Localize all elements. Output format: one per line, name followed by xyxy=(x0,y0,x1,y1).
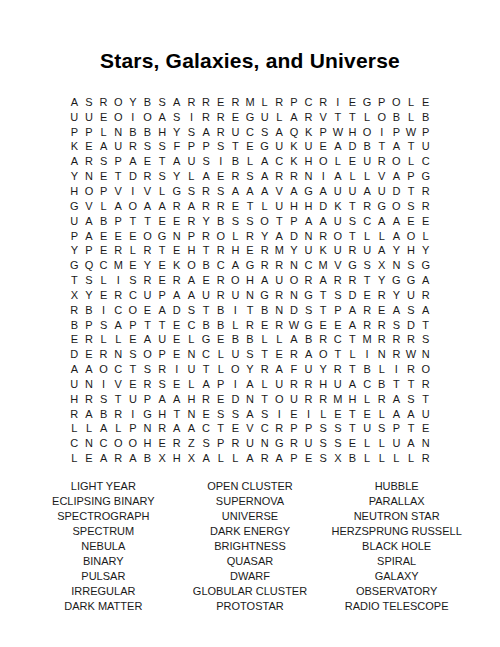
grid-cell[interactable]: L xyxy=(404,110,419,125)
grid-cell[interactable]: M xyxy=(316,258,331,273)
grid-cell[interactable]: E xyxy=(169,347,184,362)
grid-cell[interactable]: E xyxy=(360,407,375,422)
grid-cell[interactable]: L xyxy=(257,199,272,214)
grid-cell[interactable]: P xyxy=(155,347,170,362)
grid-cell[interactable]: P xyxy=(213,436,228,451)
grid-cell[interactable]: W xyxy=(287,318,302,333)
grid-cell[interactable]: T xyxy=(213,422,228,437)
grid-cell[interactable]: B xyxy=(96,214,111,229)
grid-cell[interactable]: A xyxy=(155,110,170,125)
grid-cell[interactable]: P xyxy=(111,154,126,169)
grid-cell[interactable]: H xyxy=(140,436,155,451)
grid-cell[interactable]: S xyxy=(213,140,228,155)
grid-cell[interactable]: I xyxy=(228,377,243,392)
grid-cell[interactable]: U xyxy=(374,184,389,199)
grid-cell[interactable]: O xyxy=(316,154,331,169)
grid-cell[interactable]: P xyxy=(96,184,111,199)
grid-cell[interactable]: T xyxy=(140,318,155,333)
grid-cell[interactable]: L xyxy=(272,110,287,125)
grid-cell[interactable]: U xyxy=(360,243,375,258)
grid-cell[interactable]: E xyxy=(155,436,170,451)
grid-cell[interactable]: R xyxy=(213,199,228,214)
grid-cell[interactable]: R xyxy=(96,347,111,362)
grid-cell[interactable]: U xyxy=(67,214,82,229)
grid-cell[interactable]: A xyxy=(389,303,404,318)
grid-cell[interactable]: M xyxy=(360,333,375,348)
grid-cell[interactable]: A xyxy=(67,154,82,169)
grid-cell[interactable]: R xyxy=(199,184,214,199)
grid-cell[interactable]: K xyxy=(301,125,316,140)
grid-cell[interactable]: P xyxy=(111,214,126,229)
grid-cell[interactable]: N xyxy=(184,407,199,422)
grid-cell[interactable]: U xyxy=(360,422,375,437)
grid-cell[interactable]: E xyxy=(126,377,141,392)
grid-cell[interactable]: D xyxy=(169,303,184,318)
grid-cell[interactable]: E xyxy=(243,140,258,155)
grid-cell[interactable]: R xyxy=(140,169,155,184)
grid-cell[interactable]: C xyxy=(272,154,287,169)
grid-cell[interactable]: T xyxy=(345,333,360,348)
grid-cell[interactable]: G xyxy=(155,229,170,244)
grid-cell[interactable]: V xyxy=(243,422,258,437)
grid-cell[interactable]: R xyxy=(316,229,331,244)
grid-cell[interactable]: T xyxy=(126,362,141,377)
grid-cell[interactable]: A xyxy=(272,451,287,466)
grid-cell[interactable]: U xyxy=(155,333,170,348)
grid-cell[interactable]: A xyxy=(272,229,287,244)
grid-cell[interactable]: O xyxy=(126,303,141,318)
grid-cell[interactable]: B xyxy=(213,318,228,333)
grid-cell[interactable]: A xyxy=(418,273,433,288)
grid-cell[interactable]: R xyxy=(213,125,228,140)
grid-cell[interactable]: S xyxy=(126,273,141,288)
grid-cell[interactable]: L xyxy=(360,110,375,125)
grid-cell[interactable]: E xyxy=(199,407,214,422)
grid-cell[interactable]: O xyxy=(140,347,155,362)
grid-cell[interactable]: P xyxy=(184,140,199,155)
grid-cell[interactable]: D xyxy=(345,288,360,303)
grid-cell[interactable]: G xyxy=(301,184,316,199)
grid-cell[interactable]: Y xyxy=(140,258,155,273)
grid-cell[interactable]: B xyxy=(140,125,155,140)
grid-cell[interactable]: P xyxy=(301,422,316,437)
grid-cell[interactable]: T xyxy=(418,318,433,333)
grid-cell[interactable]: W xyxy=(404,125,419,140)
grid-cell[interactable]: T xyxy=(331,347,346,362)
grid-cell[interactable]: S xyxy=(331,436,346,451)
grid-cell[interactable]: H xyxy=(67,184,82,199)
grid-cell[interactable]: L xyxy=(111,333,126,348)
grid-cell[interactable]: E xyxy=(374,303,389,318)
grid-cell[interactable]: C xyxy=(126,288,141,303)
grid-cell[interactable]: S xyxy=(169,110,184,125)
grid-cell[interactable]: S xyxy=(126,347,141,362)
grid-cell[interactable]: F xyxy=(169,140,184,155)
grid-cell[interactable]: S xyxy=(228,407,243,422)
grid-cell[interactable]: K xyxy=(316,243,331,258)
grid-cell[interactable]: L xyxy=(345,347,360,362)
grid-cell[interactable]: G xyxy=(418,258,433,273)
grid-cell[interactable]: T xyxy=(345,199,360,214)
grid-cell[interactable]: C xyxy=(301,95,316,110)
grid-cell[interactable]: R xyxy=(169,273,184,288)
grid-cell[interactable]: S xyxy=(389,318,404,333)
grid-cell[interactable]: G xyxy=(418,169,433,184)
grid-cell[interactable]: P xyxy=(82,125,97,140)
grid-cell[interactable]: W xyxy=(331,125,346,140)
grid-cell[interactable]: O xyxy=(126,199,141,214)
grid-cell[interactable]: E xyxy=(155,214,170,229)
grid-cell[interactable]: L xyxy=(331,154,346,169)
grid-cell[interactable]: U xyxy=(272,140,287,155)
grid-cell[interactable]: V xyxy=(374,169,389,184)
grid-cell[interactable]: H xyxy=(155,407,170,422)
grid-cell[interactable]: Y xyxy=(287,243,302,258)
grid-cell[interactable]: E xyxy=(140,303,155,318)
grid-cell[interactable]: N xyxy=(82,436,97,451)
grid-cell[interactable]: A xyxy=(316,214,331,229)
grid-cell[interactable]: A xyxy=(389,407,404,422)
grid-cell[interactable]: A xyxy=(199,451,214,466)
grid-cell[interactable]: E xyxy=(96,243,111,258)
grid-cell[interactable]: U xyxy=(331,184,346,199)
grid-cell[interactable]: R xyxy=(418,288,433,303)
grid-cell[interactable]: N xyxy=(301,229,316,244)
grid-cell[interactable]: G xyxy=(140,407,155,422)
grid-cell[interactable]: T xyxy=(404,184,419,199)
grid-cell[interactable]: T xyxy=(199,243,214,258)
grid-cell[interactable]: P xyxy=(155,288,170,303)
grid-cell[interactable]: S xyxy=(331,422,346,437)
grid-cell[interactable]: S xyxy=(331,288,346,303)
grid-cell[interactable]: U xyxy=(301,140,316,155)
grid-cell[interactable]: N xyxy=(418,347,433,362)
grid-cell[interactable]: O xyxy=(111,110,126,125)
grid-cell[interactable]: U xyxy=(67,110,82,125)
grid-cell[interactable]: S xyxy=(140,362,155,377)
grid-cell[interactable]: R xyxy=(140,243,155,258)
grid-cell[interactable]: T xyxy=(345,362,360,377)
grid-cell[interactable]: R xyxy=(213,110,228,125)
grid-cell[interactable]: U xyxy=(228,347,243,362)
grid-cell[interactable]: O xyxy=(418,362,433,377)
grid-cell[interactable]: I xyxy=(272,407,287,422)
grid-cell[interactable]: T xyxy=(345,407,360,422)
grid-cell[interactable]: T xyxy=(374,140,389,155)
grid-cell[interactable]: P xyxy=(82,243,97,258)
grid-cell[interactable]: C xyxy=(96,436,111,451)
grid-cell[interactable]: C xyxy=(96,258,111,273)
grid-cell[interactable]: O xyxy=(184,258,199,273)
grid-cell[interactable]: S xyxy=(243,347,258,362)
grid-cell[interactable]: B xyxy=(418,110,433,125)
grid-cell[interactable]: R xyxy=(345,243,360,258)
grid-cell[interactable]: G xyxy=(257,288,272,303)
grid-cell[interactable]: P xyxy=(389,422,404,437)
grid-cell[interactable]: E xyxy=(345,95,360,110)
grid-cell[interactable]: S xyxy=(199,436,214,451)
grid-cell[interactable]: G xyxy=(243,258,258,273)
grid-cell[interactable]: I xyxy=(316,169,331,184)
grid-cell[interactable]: E xyxy=(360,288,375,303)
grid-cell[interactable]: D xyxy=(67,347,82,362)
grid-cell[interactable]: U xyxy=(184,154,199,169)
grid-cell[interactable]: Q xyxy=(287,125,302,140)
grid-cell[interactable]: R xyxy=(418,199,433,214)
grid-cell[interactable]: E xyxy=(155,258,170,273)
grid-cell[interactable]: P xyxy=(287,95,302,110)
grid-cell[interactable]: S xyxy=(82,273,97,288)
grid-cell[interactable]: U xyxy=(404,288,419,303)
grid-cell[interactable]: Z xyxy=(184,436,199,451)
grid-cell[interactable]: E xyxy=(418,95,433,110)
grid-cell[interactable]: A xyxy=(404,436,419,451)
grid-cell[interactable]: B xyxy=(228,333,243,348)
grid-cell[interactable]: P xyxy=(140,392,155,407)
grid-cell[interactable]: W xyxy=(404,347,419,362)
grid-cell[interactable]: A xyxy=(287,333,302,348)
grid-cell[interactable]: V xyxy=(82,199,97,214)
grid-cell[interactable]: U xyxy=(257,110,272,125)
grid-cell[interactable]: U xyxy=(301,362,316,377)
grid-cell[interactable]: L xyxy=(126,243,141,258)
grid-cell[interactable]: E xyxy=(418,422,433,437)
grid-cell[interactable]: H xyxy=(67,392,82,407)
grid-cell[interactable]: E xyxy=(155,273,170,288)
grid-cell[interactable]: R xyxy=(301,273,316,288)
grid-cell[interactable]: T xyxy=(67,273,82,288)
grid-cell[interactable]: O xyxy=(126,436,141,451)
grid-cell[interactable]: Y xyxy=(316,362,331,377)
grid-cell[interactable]: N xyxy=(301,169,316,184)
grid-cell[interactable]: S xyxy=(345,214,360,229)
grid-cell[interactable]: T xyxy=(199,362,214,377)
grid-cell[interactable]: E xyxy=(418,214,433,229)
grid-cell[interactable]: B xyxy=(213,214,228,229)
grid-cell[interactable]: E xyxy=(287,407,302,422)
grid-cell[interactable]: L xyxy=(360,229,375,244)
grid-cell[interactable]: R xyxy=(243,318,258,333)
grid-cell[interactable]: C xyxy=(360,214,375,229)
grid-cell[interactable]: P xyxy=(82,318,97,333)
grid-cell[interactable]: R xyxy=(360,303,375,318)
grid-cell[interactable]: A xyxy=(184,199,199,214)
grid-cell[interactable]: A xyxy=(169,288,184,303)
grid-cell[interactable]: E xyxy=(404,214,419,229)
grid-cell[interactable]: E xyxy=(126,229,141,244)
grid-cell[interactable]: R xyxy=(213,273,228,288)
grid-cell[interactable]: E xyxy=(213,392,228,407)
grid-cell[interactable]: R xyxy=(404,333,419,348)
grid-cell[interactable]: H xyxy=(316,377,331,392)
grid-cell[interactable]: A xyxy=(316,273,331,288)
grid-cell[interactable]: U xyxy=(272,273,287,288)
grid-cell[interactable]: A xyxy=(257,273,272,288)
grid-cell[interactable]: A xyxy=(199,169,214,184)
grid-cell[interactable]: A xyxy=(67,362,82,377)
grid-cell[interactable]: A xyxy=(345,303,360,318)
grid-cell[interactable]: A xyxy=(82,362,97,377)
grid-cell[interactable]: O xyxy=(82,184,97,199)
grid-cell[interactable]: R xyxy=(389,333,404,348)
grid-cell[interactable]: N xyxy=(272,303,287,318)
grid-cell[interactable]: S xyxy=(96,318,111,333)
grid-cell[interactable]: S xyxy=(243,169,258,184)
grid-cell[interactable]: O xyxy=(389,154,404,169)
grid-cell[interactable]: I xyxy=(96,377,111,392)
grid-cell[interactable]: R xyxy=(169,436,184,451)
grid-cell[interactable]: B xyxy=(243,333,258,348)
grid-cell[interactable]: U xyxy=(199,288,214,303)
grid-cell[interactable]: E xyxy=(213,333,228,348)
grid-cell[interactable]: D xyxy=(404,318,419,333)
grid-cell[interactable]: A xyxy=(389,214,404,229)
grid-cell[interactable]: D xyxy=(287,303,302,318)
grid-cell[interactable]: R xyxy=(287,377,302,392)
grid-cell[interactable]: U xyxy=(272,199,287,214)
grid-cell[interactable]: B xyxy=(345,451,360,466)
grid-cell[interactable]: O xyxy=(213,229,228,244)
grid-cell[interactable]: R xyxy=(82,333,97,348)
grid-cell[interactable]: R xyxy=(272,169,287,184)
grid-cell[interactable]: G xyxy=(272,436,287,451)
grid-cell[interactable]: Y xyxy=(126,95,141,110)
grid-cell[interactable]: H xyxy=(301,199,316,214)
grid-cell[interactable]: Y xyxy=(169,125,184,140)
grid-cell[interactable]: H xyxy=(169,451,184,466)
grid-cell[interactable]: R xyxy=(199,95,214,110)
grid-cell[interactable]: G xyxy=(243,110,258,125)
grid-cell[interactable]: Y xyxy=(257,229,272,244)
grid-cell[interactable]: T xyxy=(199,303,214,318)
grid-cell[interactable]: A xyxy=(169,392,184,407)
grid-cell[interactable]: P xyxy=(287,214,302,229)
grid-cell[interactable]: S xyxy=(184,184,199,199)
grid-cell[interactable]: A xyxy=(111,199,126,214)
grid-cell[interactable]: N xyxy=(140,422,155,437)
grid-cell[interactable]: E xyxy=(126,333,141,348)
grid-cell[interactable]: S xyxy=(404,258,419,273)
grid-cell[interactable]: R xyxy=(374,333,389,348)
grid-cell[interactable]: T xyxy=(418,392,433,407)
grid-cell[interactable]: X xyxy=(155,451,170,466)
grid-cell[interactable]: L xyxy=(228,451,243,466)
grid-cell[interactable]: R xyxy=(111,288,126,303)
grid-cell[interactable]: R xyxy=(360,199,375,214)
grid-cell[interactable]: R xyxy=(331,362,346,377)
grid-cell[interactable]: E xyxy=(96,229,111,244)
grid-cell[interactable]: S xyxy=(155,169,170,184)
grid-cell[interactable]: A xyxy=(96,140,111,155)
grid-cell[interactable]: R xyxy=(345,273,360,288)
grid-cell[interactable]: S xyxy=(243,214,258,229)
grid-cell[interactable]: R xyxy=(316,392,331,407)
grid-cell[interactable]: P xyxy=(389,125,404,140)
grid-cell[interactable]: B xyxy=(140,451,155,466)
grid-cell[interactable]: A xyxy=(111,318,126,333)
grid-cell[interactable]: A xyxy=(257,169,272,184)
grid-cell[interactable]: H xyxy=(184,243,199,258)
grid-cell[interactable]: B xyxy=(199,318,214,333)
grid-cell[interactable]: A xyxy=(243,377,258,392)
grid-cell[interactable]: S xyxy=(228,214,243,229)
grid-cell[interactable]: M xyxy=(111,258,126,273)
grid-cell[interactable]: U xyxy=(228,288,243,303)
grid-cell[interactable]: U xyxy=(111,140,126,155)
grid-cell[interactable]: S xyxy=(404,199,419,214)
grid-cell[interactable]: L xyxy=(213,362,228,377)
grid-cell[interactable]: V xyxy=(272,184,287,199)
grid-cell[interactable]: N xyxy=(418,436,433,451)
grid-cell[interactable]: I xyxy=(331,95,346,110)
grid-cell[interactable]: S xyxy=(199,154,214,169)
grid-cell[interactable]: O xyxy=(96,362,111,377)
grid-cell[interactable]: E xyxy=(82,347,97,362)
grid-cell[interactable]: P xyxy=(418,125,433,140)
grid-cell[interactable]: N xyxy=(82,377,97,392)
grid-cell[interactable]: L xyxy=(184,333,199,348)
grid-cell[interactable]: R xyxy=(257,451,272,466)
grid-cell[interactable]: U xyxy=(389,436,404,451)
grid-cell[interactable]: C xyxy=(184,318,199,333)
grid-cell[interactable]: U xyxy=(301,436,316,451)
grid-cell[interactable]: L xyxy=(374,362,389,377)
grid-cell[interactable]: E xyxy=(169,318,184,333)
grid-cell[interactable]: L xyxy=(316,407,331,422)
grid-cell[interactable]: T xyxy=(404,377,419,392)
grid-cell[interactable]: S xyxy=(155,95,170,110)
grid-cell[interactable]: R xyxy=(301,392,316,407)
grid-cell[interactable]: Q xyxy=(82,258,97,273)
grid-cell[interactable]: A xyxy=(199,125,214,140)
grid-cell[interactable]: K xyxy=(287,140,302,155)
grid-cell[interactable]: U xyxy=(184,362,199,377)
grid-cell[interactable]: R xyxy=(155,422,170,437)
grid-cell[interactable]: S xyxy=(316,422,331,437)
grid-cell[interactable]: L xyxy=(213,451,228,466)
grid-cell[interactable]: V xyxy=(140,184,155,199)
grid-cell[interactable]: A xyxy=(199,377,214,392)
grid-cell[interactable]: S xyxy=(155,140,170,155)
grid-cell[interactable]: R xyxy=(272,95,287,110)
grid-cell[interactable]: A xyxy=(331,140,346,155)
grid-cell[interactable]: R xyxy=(374,392,389,407)
grid-cell[interactable]: E xyxy=(257,318,272,333)
grid-cell[interactable]: L xyxy=(374,451,389,466)
grid-cell[interactable]: A xyxy=(404,407,419,422)
grid-cell[interactable]: I xyxy=(126,407,141,422)
grid-cell[interactable]: T xyxy=(272,214,287,229)
grid-cell[interactable]: Y xyxy=(169,169,184,184)
grid-cell[interactable]: N xyxy=(243,392,258,407)
grid-cell[interactable]: R xyxy=(360,318,375,333)
grid-cell[interactable]: S xyxy=(155,377,170,392)
grid-cell[interactable]: P xyxy=(331,303,346,318)
grid-cell[interactable]: A xyxy=(228,184,243,199)
grid-cell[interactable]: R xyxy=(316,333,331,348)
grid-cell[interactable]: L xyxy=(184,377,199,392)
grid-cell[interactable]: S xyxy=(404,303,419,318)
grid-cell[interactable]: A xyxy=(169,95,184,110)
grid-cell[interactable]: U xyxy=(301,243,316,258)
grid-cell[interactable]: O xyxy=(111,436,126,451)
grid-cell[interactable]: O xyxy=(389,95,404,110)
grid-cell[interactable]: K xyxy=(331,199,346,214)
grid-cell[interactable]: O xyxy=(316,347,331,362)
grid-cell[interactable]: C xyxy=(257,422,272,437)
grid-cell[interactable]: L xyxy=(418,229,433,244)
grid-cell[interactable]: T xyxy=(155,243,170,258)
